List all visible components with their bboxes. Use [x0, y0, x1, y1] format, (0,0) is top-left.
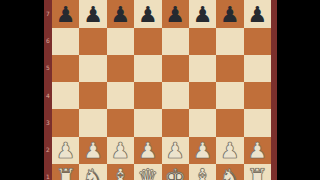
piece-black-pawn[interactable]: ♟	[52, 1, 79, 28]
square-f3[interactable]	[189, 109, 216, 136]
square-b6[interactable]	[79, 28, 106, 55]
square-f6[interactable]	[189, 28, 216, 55]
square-c7[interactable]: ♟	[107, 0, 134, 27]
square-b2[interactable]: ♟	[79, 137, 106, 164]
square-c3[interactable]	[107, 109, 134, 136]
screenshot-root: 87654321 ♜♞♝♛♚♝♞♜♟♟♟♟♟♟♟♟♟♟♟♟♟♟♟♟♜♞♝♛♚♝♞…	[0, 0, 320, 180]
square-h5[interactable]	[244, 55, 271, 82]
square-b4[interactable]	[79, 82, 106, 109]
rank-labels: 87654321	[44, 0, 52, 180]
square-h7[interactable]: ♟	[244, 0, 271, 27]
square-b1[interactable]: ♞	[79, 164, 106, 180]
square-f1[interactable]: ♝	[189, 164, 216, 180]
square-h4[interactable]	[244, 82, 271, 109]
square-g6[interactable]	[216, 28, 243, 55]
chess-board[interactable]: ♜♞♝♛♚♝♞♜♟♟♟♟♟♟♟♟♟♟♟♟♟♟♟♟♜♞♝♛♚♝♞♜	[52, 0, 271, 180]
piece-black-pawn[interactable]: ♟	[79, 1, 106, 28]
square-b5[interactable]	[79, 55, 106, 82]
piece-white-knight[interactable]: ♞	[216, 165, 243, 180]
piece-white-pawn[interactable]: ♟	[244, 138, 271, 165]
piece-white-pawn[interactable]: ♟	[107, 138, 134, 165]
square-h3[interactable]	[244, 109, 271, 136]
square-h2[interactable]: ♟	[244, 137, 271, 164]
square-g2[interactable]: ♟	[216, 137, 243, 164]
square-f5[interactable]	[189, 55, 216, 82]
piece-white-pawn[interactable]: ♟	[79, 138, 106, 165]
square-f7[interactable]: ♟	[189, 0, 216, 27]
rank-label-7: 7	[44, 0, 52, 27]
square-f4[interactable]	[189, 82, 216, 109]
piece-white-rook[interactable]: ♜	[52, 165, 79, 180]
square-d3[interactable]	[134, 109, 161, 136]
square-a2[interactable]: ♟	[52, 137, 79, 164]
rank-label-2: 2	[44, 137, 52, 164]
square-d2[interactable]: ♟	[134, 137, 161, 164]
square-e7[interactable]: ♟	[162, 0, 189, 27]
square-a1[interactable]: ♜	[52, 164, 79, 180]
piece-white-rook[interactable]: ♜	[244, 165, 271, 180]
piece-white-pawn[interactable]: ♟	[162, 138, 189, 165]
piece-black-pawn[interactable]: ♟	[189, 1, 216, 28]
square-h1[interactable]: ♜	[244, 164, 271, 180]
piece-white-pawn[interactable]: ♟	[134, 138, 161, 165]
square-g4[interactable]	[216, 82, 243, 109]
square-d1[interactable]: ♛	[134, 164, 161, 180]
square-c2[interactable]: ♟	[107, 137, 134, 164]
square-g3[interactable]	[216, 109, 243, 136]
piece-black-pawn[interactable]: ♟	[134, 1, 161, 28]
chess-board-frame: 87654321 ♜♞♝♛♚♝♞♜♟♟♟♟♟♟♟♟♟♟♟♟♟♟♟♟♜♞♝♛♚♝♞…	[44, 0, 277, 180]
piece-black-pawn[interactable]: ♟	[244, 1, 271, 28]
square-c1[interactable]: ♝	[107, 164, 134, 180]
rank-label-3: 3	[44, 109, 52, 136]
square-a6[interactable]	[52, 28, 79, 55]
square-d6[interactable]	[134, 28, 161, 55]
square-h6[interactable]	[244, 28, 271, 55]
square-f2[interactable]: ♟	[189, 137, 216, 164]
square-d7[interactable]: ♟	[134, 0, 161, 27]
rank-label-4: 4	[44, 82, 52, 109]
square-d5[interactable]	[134, 55, 161, 82]
square-e1[interactable]: ♚	[162, 164, 189, 180]
square-b7[interactable]: ♟	[79, 0, 106, 27]
square-e3[interactable]	[162, 109, 189, 136]
rank-label-1: 1	[44, 164, 52, 180]
piece-white-bishop[interactable]: ♝	[189, 165, 216, 180]
piece-black-pawn[interactable]: ♟	[216, 1, 243, 28]
piece-white-bishop[interactable]: ♝	[107, 165, 134, 180]
piece-white-pawn[interactable]: ♟	[189, 138, 216, 165]
square-g1[interactable]: ♞	[216, 164, 243, 180]
rank-label-6: 6	[44, 28, 52, 55]
piece-white-pawn[interactable]: ♟	[52, 138, 79, 165]
piece-black-pawn[interactable]: ♟	[162, 1, 189, 28]
square-c4[interactable]	[107, 82, 134, 109]
square-g5[interactable]	[216, 55, 243, 82]
square-e4[interactable]	[162, 82, 189, 109]
square-a3[interactable]	[52, 109, 79, 136]
piece-white-pawn[interactable]: ♟	[216, 138, 243, 165]
square-e6[interactable]	[162, 28, 189, 55]
piece-white-queen[interactable]: ♛	[134, 165, 161, 180]
square-e2[interactable]: ♟	[162, 137, 189, 164]
square-a7[interactable]: ♟	[52, 0, 79, 27]
square-b3[interactable]	[79, 109, 106, 136]
square-a5[interactable]	[52, 55, 79, 82]
square-g7[interactable]: ♟	[216, 0, 243, 27]
square-a4[interactable]	[52, 82, 79, 109]
square-d4[interactable]	[134, 82, 161, 109]
square-c5[interactable]	[107, 55, 134, 82]
piece-white-king[interactable]: ♚	[162, 165, 189, 180]
square-e5[interactable]	[162, 55, 189, 82]
piece-white-knight[interactable]: ♞	[79, 165, 106, 180]
rank-label-5: 5	[44, 55, 52, 82]
square-c6[interactable]	[107, 28, 134, 55]
piece-black-pawn[interactable]: ♟	[107, 1, 134, 28]
